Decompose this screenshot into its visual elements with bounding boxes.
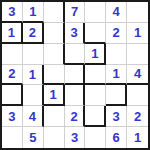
cell-r5c5[interactable] bbox=[85, 85, 106, 106]
cell-r2c2[interactable]: 2 bbox=[23, 23, 44, 44]
cell-r7c6[interactable]: 6 bbox=[106, 127, 127, 148]
cell-r7c7[interactable]: 1 bbox=[127, 127, 148, 148]
cell-r4c3[interactable] bbox=[44, 65, 65, 86]
cell-r6c7[interactable]: 2 bbox=[127, 106, 148, 127]
cell-r6c4[interactable]: 2 bbox=[65, 106, 86, 127]
given-digit: 2 bbox=[113, 26, 120, 39]
cell-r7c4[interactable]: 3 bbox=[65, 127, 86, 148]
cell-r2c7[interactable]: 1 bbox=[127, 23, 148, 44]
cell-r6c2[interactable]: 4 bbox=[23, 106, 44, 127]
given-digit: 3 bbox=[8, 5, 15, 18]
cell-r5c7[interactable] bbox=[127, 85, 148, 106]
cell-r3c3[interactable] bbox=[44, 44, 65, 65]
cell-r3c6[interactable] bbox=[106, 44, 127, 65]
given-digit: 4 bbox=[113, 5, 120, 18]
given-digit: 1 bbox=[50, 88, 57, 101]
given-digit: 3 bbox=[70, 26, 77, 39]
cell-r1c1[interactable]: 3 bbox=[2, 2, 23, 23]
given-digit: 1 bbox=[91, 47, 98, 60]
puzzle-board: 317412321121141342325361 bbox=[0, 0, 150, 150]
cell-r4c2[interactable]: 1 bbox=[23, 65, 44, 86]
given-digit: 1 bbox=[134, 131, 141, 144]
cell-r1c4[interactable]: 7 bbox=[65, 2, 86, 23]
cell-r2c6[interactable]: 2 bbox=[106, 23, 127, 44]
cell-r2c3[interactable] bbox=[44, 23, 65, 44]
cell-r5c4[interactable] bbox=[65, 85, 86, 106]
cell-r1c6[interactable]: 4 bbox=[106, 2, 127, 23]
cell-r6c6[interactable]: 3 bbox=[106, 106, 127, 127]
given-digit: 1 bbox=[8, 26, 15, 39]
given-digit: 3 bbox=[8, 110, 15, 123]
cell-r3c2[interactable] bbox=[23, 44, 44, 65]
cell-r1c3[interactable] bbox=[44, 2, 65, 23]
cell-r5c6[interactable] bbox=[106, 85, 127, 106]
cell-r3c5[interactable]: 1 bbox=[85, 44, 106, 65]
cell-r5c2[interactable] bbox=[23, 85, 44, 106]
cell-r4c5[interactable] bbox=[85, 65, 106, 86]
cell-r7c3[interactable] bbox=[44, 127, 65, 148]
given-digit: 5 bbox=[29, 131, 36, 144]
given-digit: 2 bbox=[29, 26, 36, 39]
given-digit: 4 bbox=[29, 110, 36, 123]
given-digit: 7 bbox=[71, 5, 78, 18]
cell-r3c1[interactable] bbox=[2, 44, 23, 65]
cell-r3c7[interactable] bbox=[127, 44, 148, 65]
given-digit: 1 bbox=[29, 5, 36, 18]
given-digit: 1 bbox=[134, 26, 141, 39]
cell-r4c6[interactable]: 1 bbox=[106, 65, 127, 86]
cell-r6c1[interactable]: 3 bbox=[2, 106, 23, 127]
given-digit: 2 bbox=[8, 67, 15, 80]
cell-r2c4[interactable]: 3 bbox=[65, 23, 86, 44]
cell-r4c7[interactable]: 4 bbox=[127, 65, 148, 86]
cell-r1c2[interactable]: 1 bbox=[23, 2, 44, 23]
cell-r2c1[interactable]: 1 bbox=[2, 23, 23, 44]
cell-r2c5[interactable] bbox=[85, 23, 106, 44]
cell-r5c1[interactable] bbox=[2, 85, 23, 106]
cell-r1c7[interactable] bbox=[127, 2, 148, 23]
cell-r7c5[interactable] bbox=[85, 127, 106, 148]
given-digit: 1 bbox=[113, 67, 120, 80]
cell-r7c1[interactable] bbox=[2, 127, 23, 148]
cell-r5c3[interactable]: 1 bbox=[44, 85, 65, 106]
given-digit: 4 bbox=[134, 67, 141, 80]
given-digit: 1 bbox=[29, 68, 36, 81]
cell-r1c5[interactable] bbox=[85, 2, 106, 23]
given-digit: 3 bbox=[71, 131, 78, 144]
cell-r6c5[interactable] bbox=[85, 106, 106, 127]
cell-r4c1[interactable]: 2 bbox=[2, 65, 23, 86]
given-digit: 2 bbox=[134, 110, 141, 123]
cell-r6c3[interactable] bbox=[44, 106, 65, 127]
cell-r7c2[interactable]: 5 bbox=[23, 127, 44, 148]
given-digit: 3 bbox=[113, 110, 120, 123]
cell-r4c4[interactable] bbox=[65, 65, 86, 86]
given-digit: 2 bbox=[70, 110, 77, 123]
cell-r3c4[interactable] bbox=[65, 44, 86, 65]
given-digit: 6 bbox=[113, 131, 120, 144]
